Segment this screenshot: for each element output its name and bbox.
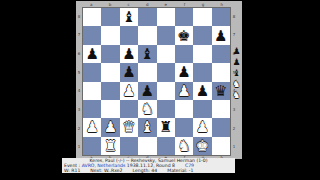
square-c3[interactable] (120, 100, 138, 118)
square-d5[interactable] (138, 63, 156, 81)
stat-move: W: R11 (64, 168, 80, 173)
black-pawn-a6[interactable]: ♟ (85, 45, 98, 63)
square-h8[interactable] (212, 8, 230, 26)
square-b5[interactable] (101, 63, 119, 81)
black-bishop-c8[interactable]: ♝ (122, 8, 135, 26)
square-h7[interactable]: ♟ (212, 26, 230, 44)
square-e2[interactable]: ♜ (157, 118, 175, 136)
square-f1[interactable]: ♞ (175, 137, 193, 155)
square-c1[interactable] (120, 137, 138, 155)
square-a6[interactable]: ♟ (83, 45, 101, 63)
white-knight-f1[interactable]: ♞ (177, 137, 190, 155)
square-e7[interactable] (157, 26, 175, 44)
rank-label-1: 1 (231, 137, 237, 156)
white-pawn-f4[interactable]: ♟ (177, 82, 190, 100)
black-pawn-d4[interactable]: ♟ (141, 82, 154, 100)
black-pawn-c5[interactable]: ♟ (122, 63, 135, 81)
black-bishop-d6[interactable]: ♝ (141, 45, 154, 63)
chessboard-frame: abcdefgh 87654321 ♝♚♟♟♟♝♟♟♟♟♟♟♛♞♟♟♛♝♜♟♜♞… (76, 1, 242, 159)
square-d4[interactable]: ♟ (138, 82, 156, 100)
stat-length: Length: 44 (133, 168, 158, 173)
square-b6[interactable] (101, 45, 119, 63)
square-h4[interactable]: ♛ (212, 82, 230, 100)
square-e1[interactable] (157, 137, 175, 155)
square-f2[interactable] (175, 118, 193, 136)
stat-material: Material: -1 (167, 168, 193, 173)
square-g3[interactable] (193, 100, 211, 118)
square-f6[interactable] (175, 45, 193, 63)
square-g8[interactable] (193, 8, 211, 26)
rank-label-7: 7 (231, 26, 237, 45)
square-d6[interactable]: ♝ (138, 45, 156, 63)
black-queen-h4[interactable]: ♛ (214, 82, 227, 100)
square-b3[interactable] (101, 100, 119, 118)
square-g6[interactable] (193, 45, 211, 63)
game-info-panel: Keres, Paul (-/-) -- Reshevsky, Samuel H… (62, 158, 235, 173)
white-bishop-d2[interactable]: ♝ (141, 118, 154, 136)
square-e8[interactable] (157, 8, 175, 26)
chessboard[interactable]: ♝♚♟♟♟♝♟♟♟♟♟♟♛♞♟♟♛♝♜♟♜♞♚ (82, 7, 231, 156)
square-h6[interactable] (212, 45, 230, 63)
black-pawn-c6[interactable]: ♟ (122, 45, 135, 63)
black-rook-e2[interactable]: ♜ (159, 118, 172, 136)
square-a1[interactable] (83, 137, 101, 155)
white-queen-c2[interactable]: ♛ (122, 118, 135, 136)
square-g2[interactable]: ♟ (193, 118, 211, 136)
square-e4[interactable] (157, 82, 175, 100)
square-b4[interactable] (101, 82, 119, 100)
black-pawn-icon: ♟ (231, 57, 242, 68)
square-e5[interactable] (157, 63, 175, 81)
square-a3[interactable] (83, 100, 101, 118)
white-knight-icon: ♞ (231, 90, 242, 101)
square-e6[interactable] (157, 45, 175, 63)
square-f3[interactable] (175, 100, 193, 118)
captured-material-tray: ♟♟♝♞♞ (231, 46, 242, 101)
black-bishop-icon: ♝ (231, 68, 242, 79)
square-c7[interactable] (120, 26, 138, 44)
white-pawn-a2[interactable]: ♟ (85, 118, 98, 136)
square-f5[interactable]: ♟ (175, 63, 193, 81)
square-e3[interactable] (157, 100, 175, 118)
square-d7[interactable] (138, 26, 156, 44)
white-pawn-g2[interactable]: ♟ (196, 118, 209, 136)
stat-next: Next: W..Rxe2 (90, 168, 122, 173)
white-pawn-c4[interactable]: ♟ (122, 82, 135, 100)
square-c5[interactable]: ♟ (120, 63, 138, 81)
square-c2[interactable]: ♛ (120, 118, 138, 136)
rank-label-8: 8 (231, 7, 237, 26)
white-king-g1[interactable]: ♚ (196, 137, 209, 155)
square-h1[interactable] (212, 137, 230, 155)
square-g1[interactable]: ♚ (193, 137, 211, 155)
square-a8[interactable] (83, 8, 101, 26)
rank-label-2: 2 (231, 119, 237, 138)
white-pawn-b2[interactable]: ♟ (104, 118, 117, 136)
square-b1[interactable]: ♜ (101, 137, 119, 155)
video-frame: abcdefgh 87654321 ♝♚♟♟♟♝♟♟♟♟♟♟♛♞♟♟♛♝♜♟♜♞… (0, 0, 320, 180)
square-h3[interactable] (212, 100, 230, 118)
square-a5[interactable] (83, 63, 101, 81)
square-d1[interactable] (138, 137, 156, 155)
square-f8[interactable] (175, 8, 193, 26)
square-b8[interactable] (101, 8, 119, 26)
square-g5[interactable] (193, 63, 211, 81)
square-b7[interactable] (101, 26, 119, 44)
square-c8[interactable]: ♝ (120, 8, 138, 26)
square-h2[interactable] (212, 118, 230, 136)
square-f4[interactable]: ♟ (175, 82, 193, 100)
white-knight-d3[interactable]: ♞ (141, 100, 154, 118)
square-b2[interactable]: ♟ (101, 118, 119, 136)
square-d8[interactable] (138, 8, 156, 26)
square-g4[interactable]: ♟ (193, 82, 211, 100)
square-d2[interactable]: ♝ (138, 118, 156, 136)
square-a2[interactable]: ♟ (83, 118, 101, 136)
square-f7[interactable]: ♚ (175, 26, 193, 44)
black-king-f7[interactable]: ♚ (177, 27, 190, 45)
square-a4[interactable] (83, 82, 101, 100)
square-d3[interactable]: ♞ (138, 100, 156, 118)
white-rook-b1[interactable]: ♜ (104, 137, 117, 155)
white-knight-icon: ♞ (231, 79, 242, 90)
square-c4[interactable]: ♟ (120, 82, 138, 100)
square-g7[interactable] (193, 26, 211, 44)
square-a7[interactable] (83, 26, 101, 44)
black-pawn-icon: ♟ (231, 46, 242, 57)
black-pawn-g4[interactable]: ♟ (196, 82, 209, 100)
black-pawn-h7[interactable]: ♟ (214, 27, 227, 45)
square-h5[interactable] (212, 63, 230, 81)
black-pawn-f5[interactable]: ♟ (177, 63, 190, 81)
rank-label-3: 3 (231, 100, 237, 119)
stats-line: W: R11Next: W..Rxe2Length: 44Material: -… (62, 168, 235, 173)
square-c6[interactable]: ♟ (120, 45, 138, 63)
